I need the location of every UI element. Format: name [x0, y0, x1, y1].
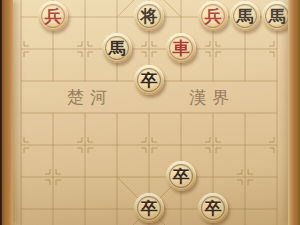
piece-glyph: 卒 — [173, 167, 190, 184]
piece-black-soldier[interactable]: 卒 — [198, 193, 228, 223]
piece-black-horse[interactable]: 馬 — [230, 1, 260, 31]
piece-glyph: 兵 — [205, 7, 222, 24]
board-left-frame — [0, 0, 13, 225]
piece-black-soldier[interactable]: 卒 — [134, 65, 164, 95]
piece-glyph: 卒 — [141, 71, 158, 88]
xiangqi-board[interactable]: 楚河 漢界 兵将兵馬馬馬車卒卒卒卒 — [0, 0, 300, 225]
piece-red-chariot[interactable]: 車 — [166, 33, 196, 63]
piece-glyph: 馬 — [237, 7, 254, 24]
piece-glyph: 卒 — [141, 199, 158, 216]
piece-black-horse[interactable]: 馬 — [102, 33, 132, 63]
piece-red-soldier[interactable]: 兵 — [38, 1, 68, 31]
piece-glyph: 車 — [173, 39, 190, 56]
river-label-left: 楚河 — [67, 88, 113, 107]
river-label-right: 漢界 — [189, 88, 235, 107]
piece-glyph: 卒 — [205, 199, 222, 216]
piece-glyph: 馬 — [269, 7, 286, 24]
piece-black-soldier[interactable]: 卒 — [134, 193, 164, 223]
piece-red-soldier[interactable]: 兵 — [198, 1, 228, 31]
piece-glyph: 将 — [141, 7, 158, 24]
piece-glyph: 馬 — [109, 39, 126, 56]
piece-glyph: 兵 — [45, 7, 62, 24]
piece-black-general[interactable]: 将 — [134, 1, 164, 31]
board-right-frame — [288, 0, 300, 225]
board-grid: 楚河 漢界 — [0, 0, 300, 225]
piece-black-soldier[interactable]: 卒 — [166, 161, 196, 191]
